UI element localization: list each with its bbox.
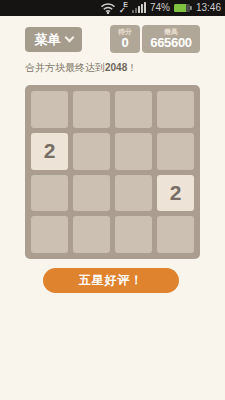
chevron-down-icon	[64, 33, 74, 43]
board-cell-empty	[115, 133, 152, 170]
best-score-box: 最高 665600	[142, 25, 200, 53]
clock-label: 13:46	[196, 3, 221, 13]
board-cell-empty	[73, 175, 110, 212]
game-board[interactable]: 22	[25, 85, 200, 259]
status-bar: E ✓ 74% 13:46	[0, 0, 225, 16]
battery-percent-label: 74%	[150, 3, 170, 13]
mobile-network-icon: E ✓	[119, 2, 128, 14]
menu-button-label: 菜单	[35, 31, 61, 49]
rate-button[interactable]: 五星好评！	[43, 268, 179, 293]
battery-icon	[174, 4, 190, 12]
board-cell-empty	[157, 91, 194, 128]
board-cell-empty	[31, 216, 68, 253]
board-cell-empty	[157, 133, 194, 170]
network-check-icon: ✓	[119, 7, 126, 15]
menu-button[interactable]: 菜单	[25, 27, 82, 52]
board-cell-empty	[115, 175, 152, 212]
tile-2: 2	[31, 133, 68, 170]
screen: E ✓ 74% 13:46 菜单 得分 0 最高 665600 合并方块最终达到…	[0, 0, 225, 400]
goal-subtitle: 合并方块最终达到2048！	[25, 62, 205, 74]
score-box: 得分 0	[110, 25, 140, 53]
board-cell-empty	[115, 91, 152, 128]
wifi-icon	[101, 3, 115, 14]
tile-2: 2	[157, 175, 194, 212]
board-cell-empty	[31, 91, 68, 128]
signal-strength-icon	[132, 3, 146, 13]
board-cell-empty	[73, 133, 110, 170]
board-cell-empty	[31, 175, 68, 212]
score-value: 0	[122, 36, 129, 51]
board-cell-empty	[73, 91, 110, 128]
best-score-value: 665600	[150, 36, 192, 51]
battery-nub	[190, 6, 192, 10]
board-cell-empty	[73, 216, 110, 253]
board-cell-empty	[115, 216, 152, 253]
board-cell-empty	[157, 216, 194, 253]
battery-fill	[174, 4, 186, 12]
